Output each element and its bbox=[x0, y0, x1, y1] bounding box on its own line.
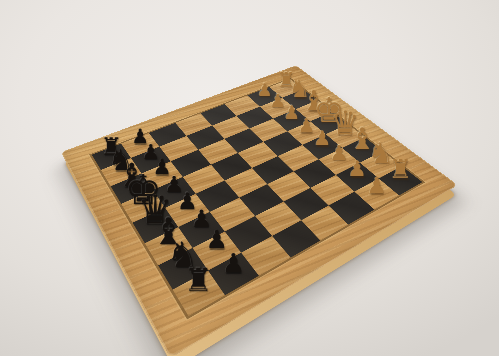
board-squares-grid bbox=[92, 79, 423, 316]
photo-backdrop: ♜♞♝♛♚♝♞♜♟♟♟♟♟♟♟♟♟♟♟♟♟♟♟♟♜♞♝♛♚♝♞♜ bbox=[0, 0, 499, 356]
